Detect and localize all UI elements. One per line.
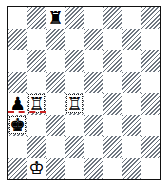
square-f1[interactable] [103, 158, 122, 180]
square-h3[interactable] [141, 115, 160, 137]
square-g8[interactable] [122, 7, 141, 29]
square-h7[interactable] [141, 29, 160, 51]
square-d8[interactable] [65, 7, 84, 29]
square-d3[interactable] [65, 115, 84, 137]
square-e8[interactable] [84, 7, 103, 29]
square-g4[interactable] [122, 93, 141, 115]
chess-board-frame: ♜♟♖♖♚♔ [7, 6, 161, 180]
square-a1[interactable] [8, 158, 27, 180]
square-a8[interactable] [8, 7, 27, 29]
square-a7[interactable] [8, 29, 27, 51]
square-e2[interactable] [84, 136, 103, 158]
chess-diagram-page: { "game": "chess", "position": { "fen_pi… [0, 0, 165, 190]
square-f8[interactable] [103, 7, 122, 29]
square-e5[interactable] [84, 72, 103, 94]
square-g5[interactable] [122, 72, 141, 94]
square-a6[interactable] [8, 50, 27, 72]
black-king-a3: ♚ [9, 116, 25, 134]
white-king-b1: ♔ [28, 159, 44, 177]
square-e4[interactable] [84, 93, 103, 115]
square-e3[interactable] [84, 115, 103, 137]
square-c7[interactable] [46, 29, 65, 51]
square-b6[interactable] [27, 50, 46, 72]
square-d4[interactable]: ♖ [65, 93, 84, 115]
square-h6[interactable] [141, 50, 160, 72]
square-h4[interactable] [141, 93, 160, 115]
square-f7[interactable] [103, 29, 122, 51]
square-a5[interactable] [8, 72, 27, 94]
square-g6[interactable] [122, 50, 141, 72]
square-f6[interactable] [103, 50, 122, 72]
square-b3[interactable] [27, 115, 46, 137]
square-d7[interactable] [65, 29, 84, 51]
chess-board: ♜♟♖♖♚♔ [8, 7, 160, 179]
square-d1[interactable] [65, 158, 84, 180]
square-h2[interactable] [141, 136, 160, 158]
square-g1[interactable] [122, 158, 141, 180]
square-b5[interactable] [27, 72, 46, 94]
square-c1[interactable] [46, 158, 65, 180]
square-e6[interactable] [84, 50, 103, 72]
square-a2[interactable] [8, 136, 27, 158]
square-e1[interactable] [84, 158, 103, 180]
square-g2[interactable] [122, 136, 141, 158]
square-a3[interactable]: ♚ [8, 115, 27, 137]
white-rook-d4: ♖ [66, 95, 82, 113]
square-b1[interactable]: ♔ [27, 158, 46, 180]
square-c4[interactable] [46, 93, 65, 115]
square-c2[interactable] [46, 136, 65, 158]
square-h1[interactable] [141, 158, 160, 180]
red-dashed-line [8, 111, 46, 113]
square-b7[interactable] [27, 29, 46, 51]
square-c3[interactable] [46, 115, 65, 137]
square-h5[interactable] [141, 72, 160, 94]
square-b2[interactable] [27, 136, 46, 158]
square-d5[interactable] [65, 72, 84, 94]
square-f2[interactable] [103, 136, 122, 158]
square-f4[interactable] [103, 93, 122, 115]
black-rook-c8: ♜ [47, 9, 63, 27]
square-c6[interactable] [46, 50, 65, 72]
square-e7[interactable] [84, 29, 103, 51]
square-g3[interactable] [122, 115, 141, 137]
square-b8[interactable] [27, 7, 46, 29]
square-d6[interactable] [65, 50, 84, 72]
square-f5[interactable] [103, 72, 122, 94]
square-d2[interactable] [65, 136, 84, 158]
square-f3[interactable] [103, 115, 122, 137]
square-g7[interactable] [122, 29, 141, 51]
square-h8[interactable] [141, 7, 160, 29]
square-c5[interactable] [46, 72, 65, 94]
square-c8[interactable]: ♜ [46, 7, 65, 29]
